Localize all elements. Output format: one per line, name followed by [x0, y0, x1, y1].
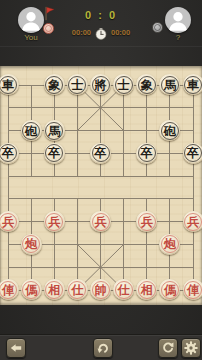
piece-character: 車: [2, 79, 14, 91]
board-point[interactable]: 車: [181, 74, 202, 97]
board-point[interactable]: 俥: [0, 279, 20, 302]
undo-arrow-icon: [95, 340, 111, 356]
top-bar-divider: [0, 46, 202, 47]
board-point[interactable]: [135, 187, 158, 210]
piece-character: 象: [141, 79, 153, 91]
black-side-badge: [152, 22, 163, 33]
piece-character: 兵: [95, 216, 107, 228]
board-point[interactable]: [158, 210, 181, 233]
board-point[interactable]: 將: [89, 74, 112, 97]
piece-character: 車: [187, 79, 199, 91]
board-point[interactable]: 馬: [43, 119, 66, 142]
board-point[interactable]: [43, 187, 66, 210]
person-avatar-icon: [18, 7, 44, 33]
board-point[interactable]: [158, 187, 181, 210]
black-piece[interactable]: 馬: [44, 120, 65, 141]
arrow-left-icon: [8, 340, 24, 356]
black-piece[interactable]: 象: [136, 74, 157, 95]
board-point[interactable]: 車: [0, 74, 20, 97]
black-piece[interactable]: 車: [183, 74, 202, 95]
board-point[interactable]: [89, 165, 112, 188]
red-piece[interactable]: 俥: [183, 279, 202, 300]
black-piece[interactable]: 馬: [159, 74, 180, 95]
piece-character: 仕: [71, 284, 83, 296]
black-piece[interactable]: 卒: [44, 143, 65, 164]
timer-row: 00:00 00:00: [56, 26, 146, 38]
board-point[interactable]: [0, 165, 20, 188]
board-grid: 車象士將士象馬車砲馬砲卒卒卒卒卒兵兵兵兵兵炮炮俥傌相仕帥仕相傌俥: [0, 74, 202, 302]
piece-character: 兵: [141, 216, 153, 228]
board-point[interactable]: 兵: [135, 210, 158, 233]
restart-icon: [160, 340, 176, 356]
board-point[interactable]: 馬: [158, 74, 181, 97]
board-point[interactable]: 炮: [158, 233, 181, 256]
piece-character: 炮: [164, 238, 176, 250]
xiangqi-app: You 0 : 0 00:00 00:00: [0, 0, 202, 360]
piece-character: 馬: [164, 79, 176, 91]
piece-character: 俥: [187, 284, 199, 296]
person-avatar-icon: [165, 7, 191, 33]
board-point[interactable]: [20, 142, 43, 165]
restart-button[interactable]: [158, 338, 178, 358]
black-piece[interactable]: 士: [113, 74, 134, 95]
black-piece[interactable]: 將: [90, 74, 111, 95]
left-player-avatar[interactable]: [18, 7, 44, 33]
board-point[interactable]: 傌: [20, 279, 43, 302]
board-point[interactable]: 砲: [20, 119, 43, 142]
gear-icon: [183, 340, 199, 356]
piece-character: 卒: [2, 147, 14, 159]
board-point[interactable]: [135, 256, 158, 279]
board-point[interactable]: [0, 119, 20, 142]
red-piece[interactable]: 帥: [90, 279, 111, 300]
board-point[interactable]: [181, 233, 202, 256]
piece-character: 兵: [187, 216, 199, 228]
board-point[interactable]: [181, 96, 202, 119]
red-piece[interactable]: 炮: [159, 234, 180, 255]
board-point[interactable]: 相: [43, 279, 66, 302]
board-point[interactable]: 卒: [89, 142, 112, 165]
red-piece[interactable]: 相: [136, 279, 157, 300]
board-point[interactable]: [20, 256, 43, 279]
xiangqi-board: 車象士將士象馬車砲馬砲卒卒卒卒卒兵兵兵兵兵炮炮俥傌相仕帥仕相傌俥: [0, 66, 202, 305]
board-point[interactable]: [66, 96, 89, 119]
black-piece[interactable]: 卒: [183, 143, 202, 164]
board-point[interactable]: [112, 96, 135, 119]
board-point[interactable]: [20, 187, 43, 210]
board-point[interactable]: [135, 233, 158, 256]
left-player-name: You: [18, 33, 44, 42]
board-point[interactable]: [43, 96, 66, 119]
board-point[interactable]: [66, 119, 89, 142]
black-piece[interactable]: 車: [0, 74, 19, 95]
piece-character: 傌: [25, 284, 37, 296]
piece-character: 卒: [95, 147, 107, 159]
piece-character: 象: [48, 79, 60, 91]
top-bar: You 0 : 0 00:00 00:00: [0, 0, 202, 66]
board-point[interactable]: [89, 119, 112, 142]
board-point[interactable]: 象: [43, 74, 66, 97]
black-piece[interactable]: 卒: [136, 143, 157, 164]
board-point[interactable]: [43, 165, 66, 188]
piece-character: 帥: [95, 284, 107, 296]
red-piece[interactable]: 兵: [0, 211, 19, 232]
board-point[interactable]: [181, 119, 202, 142]
board-point[interactable]: 相: [135, 279, 158, 302]
red-piece[interactable]: 兵: [90, 211, 111, 232]
settings-button[interactable]: [181, 338, 201, 358]
right-player-avatar[interactable]: [165, 7, 191, 33]
piece-character: 炮: [25, 238, 37, 250]
board-point[interactable]: [112, 119, 135, 142]
board-point[interactable]: [158, 256, 181, 279]
board-point[interactable]: 帥: [89, 279, 112, 302]
board-point[interactable]: 象: [135, 74, 158, 97]
board-point[interactable]: 兵: [43, 210, 66, 233]
black-piece[interactable]: 士: [67, 74, 88, 95]
piece-character: 仕: [118, 284, 130, 296]
board-point[interactable]: [89, 187, 112, 210]
piece-character: 卒: [187, 147, 199, 159]
piece-character: 卒: [48, 147, 60, 159]
board-point[interactable]: [181, 256, 202, 279]
black-piece[interactable]: 砲: [159, 120, 180, 141]
piece-character: 俥: [2, 284, 14, 296]
board-point[interactable]: [66, 165, 89, 188]
board-point[interactable]: 卒: [181, 142, 202, 165]
black-piece[interactable]: 卒: [90, 143, 111, 164]
board-point[interactable]: [20, 165, 43, 188]
board-point[interactable]: [112, 142, 135, 165]
piece-character: 士: [118, 79, 130, 91]
black-piece[interactable]: 象: [44, 74, 65, 95]
piece-character: 將: [95, 79, 107, 91]
board-point[interactable]: 卒: [0, 142, 20, 165]
board-point[interactable]: 卒: [135, 142, 158, 165]
back-button[interactable]: [6, 338, 26, 358]
board-point[interactable]: [20, 96, 43, 119]
board-point[interactable]: [89, 96, 112, 119]
board-point[interactable]: 兵: [89, 210, 112, 233]
board-point[interactable]: [0, 256, 20, 279]
board-point[interactable]: [158, 96, 181, 119]
red-piece[interactable]: 炮: [21, 234, 42, 255]
board-point[interactable]: [112, 233, 135, 256]
piece-character: 馬: [48, 125, 60, 137]
board-point[interactable]: [66, 187, 89, 210]
piece-character: 砲: [164, 125, 176, 137]
board-point[interactable]: [112, 165, 135, 188]
board-point[interactable]: [135, 96, 158, 119]
piece-character: 卒: [141, 147, 153, 159]
board-point[interactable]: [0, 96, 20, 119]
board-point[interactable]: [89, 233, 112, 256]
board-point[interactable]: [158, 165, 181, 188]
board-point[interactable]: [158, 142, 181, 165]
red-side-badge: [43, 23, 54, 34]
board-point[interactable]: [20, 210, 43, 233]
board-point[interactable]: 士: [112, 74, 135, 97]
board-point[interactable]: 兵: [0, 210, 20, 233]
right-timer: 00:00: [111, 28, 130, 37]
piece-character: 相: [141, 284, 153, 296]
red-piece[interactable]: 兵: [136, 211, 157, 232]
red-piece[interactable]: 傌: [21, 279, 42, 300]
board-point[interactable]: [181, 187, 202, 210]
board-point[interactable]: 炮: [20, 233, 43, 256]
clock-icon: [95, 26, 107, 38]
red-piece[interactable]: 仕: [113, 279, 134, 300]
board-point[interactable]: [112, 256, 135, 279]
score: 0 : 0: [61, 9, 141, 21]
red-piece[interactable]: 傌: [159, 279, 180, 300]
board-point[interactable]: 士: [66, 74, 89, 97]
piece-character: 相: [48, 284, 60, 296]
board-point[interactable]: [112, 187, 135, 210]
board-point[interactable]: 俥: [181, 279, 202, 302]
red-piece[interactable]: 兵: [44, 211, 65, 232]
board-point[interactable]: [135, 165, 158, 188]
red-piece[interactable]: 仕: [67, 279, 88, 300]
board-point[interactable]: 兵: [181, 210, 202, 233]
red-piece[interactable]: 兵: [183, 211, 202, 232]
red-flag-icon: [44, 6, 55, 21]
piece-character: 傌: [164, 284, 176, 296]
undo-button[interactable]: [93, 338, 113, 358]
left-timer: 00:00: [72, 28, 91, 37]
board-point[interactable]: 砲: [158, 119, 181, 142]
board-point[interactable]: 卒: [43, 142, 66, 165]
board-point[interactable]: [20, 74, 43, 97]
red-piece[interactable]: 相: [44, 279, 65, 300]
red-piece[interactable]: 俥: [0, 279, 19, 300]
board-point[interactable]: [43, 233, 66, 256]
board-point[interactable]: [89, 256, 112, 279]
board-point[interactable]: [66, 210, 89, 233]
piece-character: 砲: [25, 125, 37, 137]
board-point[interactable]: [135, 119, 158, 142]
black-piece[interactable]: 砲: [21, 120, 42, 141]
board-point[interactable]: [0, 187, 20, 210]
board-point[interactable]: [0, 233, 20, 256]
piece-character: 兵: [2, 216, 14, 228]
board-point[interactable]: 仕: [66, 279, 89, 302]
piece-character: 士: [71, 79, 83, 91]
right-player-name: ?: [165, 33, 191, 42]
black-piece[interactable]: 卒: [0, 143, 19, 164]
bottom-toolbar: [0, 334, 202, 360]
board-point[interactable]: [112, 210, 135, 233]
board-point[interactable]: [43, 256, 66, 279]
board-point[interactable]: [66, 256, 89, 279]
piece-character: 兵: [48, 216, 60, 228]
board-point[interactable]: [66, 233, 89, 256]
board-point[interactable]: [66, 142, 89, 165]
board-point[interactable]: 傌: [158, 279, 181, 302]
board-point[interactable]: 仕: [112, 279, 135, 302]
board-point[interactable]: [181, 165, 202, 188]
